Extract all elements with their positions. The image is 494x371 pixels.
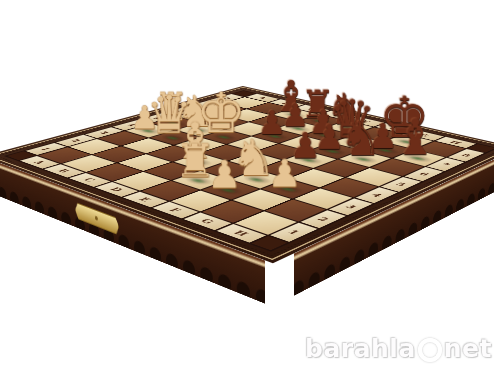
brass-hinge-icon (75, 202, 120, 236)
chess-piece-dark-knight: ♞ (339, 118, 381, 160)
watermark-text-right: net (444, 334, 492, 363)
perspective-container: ABCDEFGH8♝♜♞♚87♟♟♛♟♝76♟♟♟♞65♜♞♚♟54♟♛43♝♞… (0, 0, 494, 371)
chess-piece-light-pawn: ♟ (208, 157, 242, 191)
chess-piece-dark-bishop: ♝ (393, 115, 437, 159)
chess-board: ABCDEFGH8♝♜♞♚87♟♟♛♟♝76♟♟♟♞65♜♞♚♟54♟♛43♝♞… (0, 86, 494, 263)
watermark-text-left: barahla (305, 334, 416, 363)
board-frame: ABCDEFGH8♝♜♞♚87♟♟♛♟♝76♟♟♟♞65♜♞♚♟54♟♛43♝♞… (0, 86, 494, 263)
product-photo-scene: ABCDEFGH8♝♜♞♚87♟♟♛♟♝76♟♟♟♞65♜♞♚♟54♟♛43♝♞… (0, 0, 494, 371)
chess-piece-light-pawn: ♟ (268, 156, 302, 190)
watermark: barahla net (305, 334, 492, 363)
watermark-circle-icon (418, 338, 442, 362)
